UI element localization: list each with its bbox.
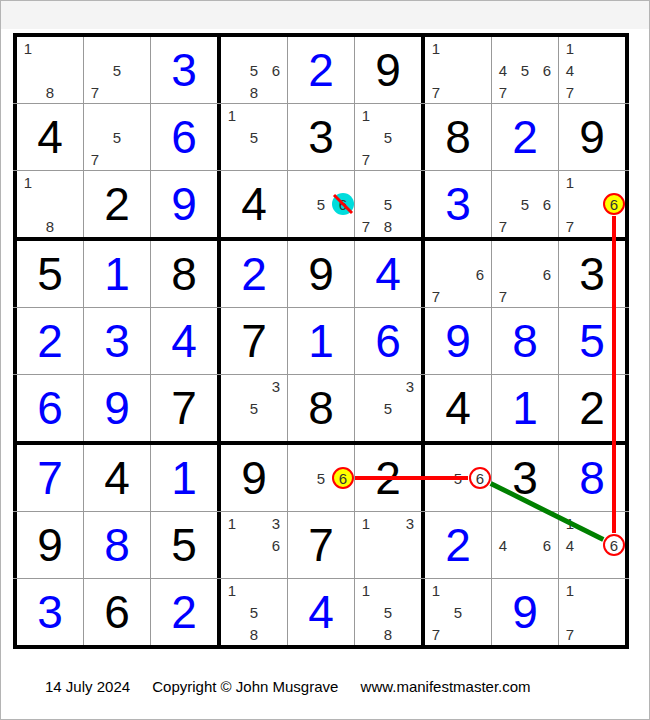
candidate-empty bbox=[243, 512, 265, 534]
cell-r6c6[interactable]: 35 bbox=[355, 375, 421, 441]
cell-r6c9[interactable]: 2 bbox=[559, 375, 625, 441]
candidate-7: 7 bbox=[559, 81, 581, 103]
cell-r1c5[interactable]: 2 bbox=[288, 37, 354, 103]
candidate-empty bbox=[447, 241, 469, 263]
cell-r3c8[interactable]: 567 bbox=[492, 171, 558, 237]
cell-r1c4[interactable]: 568 bbox=[221, 37, 287, 103]
candidate-empty bbox=[603, 81, 625, 103]
candidate-empty bbox=[243, 37, 265, 59]
cell-r4c5[interactable]: 9 bbox=[288, 241, 354, 307]
candidate-5: 5 bbox=[106, 126, 128, 148]
candidate-empty bbox=[310, 445, 332, 467]
cell-r8c8[interactable]: 46 bbox=[492, 512, 558, 578]
footer-date: 14 July 2024 bbox=[45, 678, 130, 695]
footer: 14 July 2024 Copyright © John Musgrave w… bbox=[45, 678, 549, 695]
candidate-empty bbox=[581, 81, 603, 103]
cell-r8c7[interactable]: 2 bbox=[425, 512, 491, 578]
candidate-6: 6 bbox=[536, 534, 558, 556]
candidate-empty bbox=[221, 375, 243, 397]
candidate-1: 1 bbox=[221, 104, 243, 126]
cell-r9c9[interactable]: 17 bbox=[559, 579, 625, 645]
candidate-empty bbox=[332, 445, 354, 467]
cell-r7c5[interactable]: 56 bbox=[288, 445, 354, 511]
cell-r3c6[interactable]: 578 bbox=[355, 171, 421, 237]
candidate-empty bbox=[243, 556, 265, 578]
cell-r1c1[interactable]: 18 bbox=[17, 37, 83, 103]
cell-r9c6[interactable]: 158 bbox=[355, 579, 421, 645]
cell-r8c3[interactable]: 5 bbox=[151, 512, 217, 578]
top-strip bbox=[1, 1, 649, 29]
cell-r4c8[interactable]: 67 bbox=[492, 241, 558, 307]
solved-digit: 4 bbox=[151, 308, 217, 374]
candidate-empty bbox=[221, 601, 243, 623]
cell-r5c6[interactable]: 6 bbox=[355, 308, 421, 374]
candidate-7: 7 bbox=[559, 623, 581, 645]
cell-r1c3[interactable]: 3 bbox=[151, 37, 217, 103]
given-digit: 9 bbox=[559, 104, 625, 170]
candidate-empty bbox=[61, 37, 83, 59]
candidate-5: 5 bbox=[514, 59, 536, 81]
cell-r9c3[interactable]: 2 bbox=[151, 579, 217, 645]
candidate-6: 6 bbox=[603, 193, 625, 215]
candidate-empty bbox=[581, 579, 603, 601]
candidate-empty bbox=[603, 579, 625, 601]
candidate-empty bbox=[447, 623, 469, 645]
candidate-empty bbox=[265, 37, 287, 59]
candidate-4: 4 bbox=[492, 59, 514, 81]
candidate-grid: 578 bbox=[355, 171, 421, 237]
solved-digit: 6 bbox=[355, 308, 421, 374]
candidate-empty bbox=[399, 171, 421, 193]
candidate-empty bbox=[221, 419, 243, 441]
candidate-empty bbox=[17, 59, 39, 81]
cell-r5c2[interactable]: 3 bbox=[84, 308, 150, 374]
candidate-1: 1 bbox=[355, 512, 377, 534]
cell-r3c5[interactable]: 56 bbox=[288, 171, 354, 237]
cell-r3c9[interactable]: 167 bbox=[559, 171, 625, 237]
candidate-grid: 57 bbox=[84, 104, 150, 170]
candidate-4: 4 bbox=[559, 534, 581, 556]
candidate-empty bbox=[265, 579, 287, 601]
candidate-7: 7 bbox=[355, 215, 377, 237]
given-digit: 9 bbox=[288, 241, 354, 307]
given-digit: 3 bbox=[288, 104, 354, 170]
candidate-empty bbox=[128, 81, 150, 103]
cell-r6c8[interactable]: 1 bbox=[492, 375, 558, 441]
given-digit: 3 bbox=[492, 445, 558, 511]
cell-r9c4[interactable]: 158 bbox=[221, 579, 287, 645]
cell-r2c2[interactable]: 57 bbox=[84, 104, 150, 170]
candidate-empty bbox=[399, 126, 421, 148]
candidate-5: 5 bbox=[514, 193, 536, 215]
candidate-empty bbox=[469, 579, 491, 601]
cell-r8c2[interactable]: 8 bbox=[84, 512, 150, 578]
candidate-empty bbox=[399, 193, 421, 215]
candidate-empty bbox=[128, 126, 150, 148]
cell-r4c9[interactable]: 3 bbox=[559, 241, 625, 307]
candidate-empty bbox=[399, 104, 421, 126]
candidate-empty bbox=[17, 193, 39, 215]
solved-digit: 3 bbox=[17, 579, 83, 645]
candidate-empty bbox=[265, 397, 287, 419]
candidate-5: 5 bbox=[377, 193, 399, 215]
solved-digit: 7 bbox=[17, 445, 83, 511]
cell-r7c3[interactable]: 1 bbox=[151, 445, 217, 511]
solved-digit: 1 bbox=[84, 241, 150, 307]
cell-r1c8[interactable]: 4567 bbox=[492, 37, 558, 103]
candidate-5: 5 bbox=[243, 59, 265, 81]
candidate-empty bbox=[84, 37, 106, 59]
candidate-empty bbox=[469, 37, 491, 59]
sudoku-board: 1857356829174567147457615315782918294565… bbox=[13, 33, 629, 649]
footer-website[interactable]: www.manifestmaster.com bbox=[361, 678, 531, 695]
solved-digit: 4 bbox=[288, 579, 354, 645]
cell-r1c9[interactable]: 147 bbox=[559, 37, 625, 103]
candidate-empty bbox=[221, 534, 243, 556]
solved-digit: 3 bbox=[425, 171, 491, 237]
candidate-1: 1 bbox=[559, 579, 581, 601]
candidate-empty bbox=[581, 59, 603, 81]
candidate-empty bbox=[17, 215, 39, 237]
candidate-empty bbox=[399, 623, 421, 645]
candidate-empty bbox=[492, 171, 514, 193]
candidate-7: 7 bbox=[84, 148, 106, 170]
cell-r9c1[interactable]: 3 bbox=[17, 579, 83, 645]
candidate-5: 5 bbox=[447, 601, 469, 623]
cell-r2c1[interactable]: 4 bbox=[17, 104, 83, 170]
candidate-6: 6 bbox=[332, 193, 354, 215]
candidate-empty bbox=[17, 81, 39, 103]
candidate-3: 3 bbox=[265, 512, 287, 534]
candidate-empty bbox=[425, 263, 447, 285]
candidate-empty bbox=[221, 623, 243, 645]
candidate-empty bbox=[581, 193, 603, 215]
candidate-empty bbox=[355, 623, 377, 645]
candidate-1: 1 bbox=[221, 579, 243, 601]
candidate-grid: 17 bbox=[559, 579, 625, 645]
cell-r5c5[interactable]: 1 bbox=[288, 308, 354, 374]
candidate-8: 8 bbox=[39, 81, 61, 103]
candidate-empty bbox=[492, 263, 514, 285]
cell-r2c7[interactable]: 8 bbox=[425, 104, 491, 170]
candidate-empty bbox=[536, 285, 558, 307]
candidate-empty bbox=[377, 148, 399, 170]
candidate-7: 7 bbox=[492, 81, 514, 103]
candidate-empty bbox=[39, 37, 61, 59]
candidate-empty bbox=[514, 171, 536, 193]
given-digit: 9 bbox=[221, 445, 287, 511]
cell-r5c4[interactable]: 7 bbox=[221, 308, 287, 374]
candidate-empty bbox=[469, 81, 491, 103]
candidate-empty bbox=[288, 215, 310, 237]
candidate-empty bbox=[61, 59, 83, 81]
candidate-7: 7 bbox=[425, 285, 447, 307]
cell-r5c3[interactable]: 4 bbox=[151, 308, 217, 374]
cell-r7c1[interactable]: 7 bbox=[17, 445, 83, 511]
candidate-empty bbox=[581, 534, 603, 556]
candidate-empty bbox=[536, 81, 558, 103]
candidate-grid: 568 bbox=[221, 37, 287, 103]
solved-digit: 4 bbox=[355, 241, 421, 307]
cell-r5c1[interactable]: 2 bbox=[17, 308, 83, 374]
candidate-3: 3 bbox=[399, 512, 421, 534]
cell-r3c7[interactable]: 3 bbox=[425, 171, 491, 237]
cell-r4c7[interactable]: 67 bbox=[425, 241, 491, 307]
candidate-empty bbox=[603, 59, 625, 81]
cell-r7c8[interactable]: 3 bbox=[492, 445, 558, 511]
candidate-empty bbox=[514, 215, 536, 237]
cell-r2c5[interactable]: 3 bbox=[288, 104, 354, 170]
cell-r6c4[interactable]: 35 bbox=[221, 375, 287, 441]
candidate-empty bbox=[399, 419, 421, 441]
cell-r4c4[interactable]: 2 bbox=[221, 241, 287, 307]
cell-r2c9[interactable]: 9 bbox=[559, 104, 625, 170]
candidate-6: 6 bbox=[265, 59, 287, 81]
candidate-empty bbox=[265, 419, 287, 441]
candidate-empty bbox=[355, 126, 377, 148]
cell-r6c5[interactable]: 8 bbox=[288, 375, 354, 441]
candidate-empty bbox=[221, 59, 243, 81]
solved-digit: 2 bbox=[221, 241, 287, 307]
solved-digit: 1 bbox=[151, 445, 217, 511]
given-digit: 7 bbox=[151, 375, 217, 441]
cell-r2c8[interactable]: 2 bbox=[492, 104, 558, 170]
cell-r6c2[interactable]: 9 bbox=[84, 375, 150, 441]
candidate-grid: 46 bbox=[492, 512, 558, 578]
candidate-empty bbox=[355, 397, 377, 419]
candidate-empty bbox=[265, 556, 287, 578]
candidate-empty bbox=[61, 171, 83, 193]
cell-r9c8[interactable]: 9 bbox=[492, 579, 558, 645]
candidate-grid: 158 bbox=[221, 579, 287, 645]
candidate-empty bbox=[425, 241, 447, 263]
candidate-grid: 4567 bbox=[492, 37, 558, 103]
cell-r8c9[interactable]: 146 bbox=[559, 512, 625, 578]
candidate-1: 1 bbox=[559, 171, 581, 193]
cell-r8c1[interactable]: 9 bbox=[17, 512, 83, 578]
cell-r3c3[interactable]: 9 bbox=[151, 171, 217, 237]
cell-r9c2[interactable]: 6 bbox=[84, 579, 150, 645]
candidate-grid: 56 bbox=[425, 445, 491, 511]
candidate-grid: 157 bbox=[355, 104, 421, 170]
candidate-grid: 67 bbox=[492, 241, 558, 307]
solved-digit: 9 bbox=[425, 308, 491, 374]
candidate-empty bbox=[288, 193, 310, 215]
candidate-6: 6 bbox=[332, 467, 354, 489]
candidate-empty bbox=[514, 512, 536, 534]
candidate-empty bbox=[377, 104, 399, 126]
candidate-empty bbox=[243, 419, 265, 441]
candidate-empty bbox=[332, 171, 354, 193]
puzzle-page: 1857356829174567147457615315782918294565… bbox=[0, 0, 650, 720]
candidate-5: 5 bbox=[377, 601, 399, 623]
solved-digit: 9 bbox=[492, 579, 558, 645]
given-digit: 7 bbox=[221, 308, 287, 374]
candidate-empty bbox=[603, 171, 625, 193]
candidate-7: 7 bbox=[425, 623, 447, 645]
candidate-empty bbox=[61, 215, 83, 237]
solved-digit: 2 bbox=[492, 104, 558, 170]
cell-r7c6[interactable]: 2 bbox=[355, 445, 421, 511]
candidate-empty bbox=[399, 397, 421, 419]
candidate-5: 5 bbox=[310, 193, 332, 215]
candidate-empty bbox=[581, 623, 603, 645]
candidate-empty bbox=[243, 104, 265, 126]
candidate-empty bbox=[221, 37, 243, 59]
cell-r6c3[interactable]: 7 bbox=[151, 375, 217, 441]
candidate-8: 8 bbox=[243, 623, 265, 645]
candidate-empty bbox=[447, 263, 469, 285]
candidate-empty bbox=[128, 37, 150, 59]
candidate-empty bbox=[377, 375, 399, 397]
candidate-empty bbox=[514, 285, 536, 307]
candidate-empty bbox=[447, 285, 469, 307]
candidate-5: 5 bbox=[377, 126, 399, 148]
given-digit: 8 bbox=[151, 241, 217, 307]
candidate-empty bbox=[243, 579, 265, 601]
candidate-empty bbox=[377, 512, 399, 534]
given-digit: 4 bbox=[425, 375, 491, 441]
candidate-empty bbox=[355, 556, 377, 578]
cell-r3c4[interactable]: 4 bbox=[221, 171, 287, 237]
cell-r7c4[interactable]: 9 bbox=[221, 445, 287, 511]
candidate-empty bbox=[514, 263, 536, 285]
cell-r9c5[interactable]: 4 bbox=[288, 579, 354, 645]
candidate-8: 8 bbox=[377, 623, 399, 645]
candidate-7: 7 bbox=[492, 285, 514, 307]
candidate-empty bbox=[581, 556, 603, 578]
candidate-grid: 147 bbox=[559, 37, 625, 103]
cell-r1c2[interactable]: 57 bbox=[84, 37, 150, 103]
candidate-empty bbox=[355, 193, 377, 215]
candidate-7: 7 bbox=[84, 81, 106, 103]
cell-r9c7[interactable]: 157 bbox=[425, 579, 491, 645]
candidate-empty bbox=[265, 148, 287, 170]
cell-r4c2[interactable]: 1 bbox=[84, 241, 150, 307]
candidate-empty bbox=[128, 59, 150, 81]
candidate-empty bbox=[265, 104, 287, 126]
given-digit: 5 bbox=[151, 512, 217, 578]
candidate-empty bbox=[399, 215, 421, 237]
candidate-grid: 18 bbox=[17, 171, 83, 237]
solved-digit: 3 bbox=[151, 37, 217, 103]
candidate-empty bbox=[492, 193, 514, 215]
candidate-7: 7 bbox=[355, 148, 377, 170]
grid-line bbox=[13, 645, 629, 649]
solved-digit: 6 bbox=[17, 375, 83, 441]
candidate-grid: 167 bbox=[559, 171, 625, 237]
candidate-empty bbox=[106, 148, 128, 170]
cell-r8c6[interactable]: 13 bbox=[355, 512, 421, 578]
candidate-grid: 67 bbox=[425, 241, 491, 307]
candidate-empty bbox=[310, 171, 332, 193]
candidate-empty bbox=[265, 81, 287, 103]
cell-r1c6[interactable]: 9 bbox=[355, 37, 421, 103]
candidate-empty bbox=[603, 556, 625, 578]
cell-r1c7[interactable]: 17 bbox=[425, 37, 491, 103]
candidate-empty bbox=[221, 556, 243, 578]
solved-digit: 1 bbox=[288, 308, 354, 374]
candidate-empty bbox=[399, 556, 421, 578]
candidate-empty bbox=[447, 59, 469, 81]
candidate-7: 7 bbox=[425, 81, 447, 103]
candidate-empty bbox=[106, 104, 128, 126]
candidate-empty bbox=[265, 623, 287, 645]
cell-r8c4[interactable]: 136 bbox=[221, 512, 287, 578]
candidate-1: 1 bbox=[425, 37, 447, 59]
candidate-empty bbox=[377, 579, 399, 601]
candidate-empty bbox=[581, 171, 603, 193]
candidate-1: 1 bbox=[425, 579, 447, 601]
candidate-empty bbox=[288, 467, 310, 489]
cell-r7c7[interactable]: 56 bbox=[425, 445, 491, 511]
given-digit: 9 bbox=[355, 37, 421, 103]
candidate-6: 6 bbox=[536, 263, 558, 285]
candidate-empty bbox=[559, 601, 581, 623]
cell-r6c1[interactable]: 6 bbox=[17, 375, 83, 441]
given-digit: 7 bbox=[288, 512, 354, 578]
candidate-grid: 35 bbox=[355, 375, 421, 441]
candidate-empty bbox=[128, 104, 150, 126]
candidate-empty bbox=[536, 37, 558, 59]
cell-r2c3[interactable]: 6 bbox=[151, 104, 217, 170]
cell-r5c8[interactable]: 8 bbox=[492, 308, 558, 374]
candidate-empty bbox=[603, 215, 625, 237]
candidate-empty bbox=[399, 534, 421, 556]
candidate-grid: 56 bbox=[288, 445, 354, 511]
candidate-3: 3 bbox=[399, 375, 421, 397]
candidate-empty bbox=[243, 148, 265, 170]
candidate-grid: 15 bbox=[221, 104, 287, 170]
candidate-empty bbox=[492, 37, 514, 59]
candidate-empty bbox=[469, 601, 491, 623]
cell-r7c9[interactable]: 8 bbox=[559, 445, 625, 511]
candidate-empty bbox=[425, 489, 447, 511]
candidate-empty bbox=[425, 601, 447, 623]
candidate-empty bbox=[447, 489, 469, 511]
candidate-5: 5 bbox=[243, 397, 265, 419]
candidate-empty bbox=[492, 512, 514, 534]
candidate-empty bbox=[39, 193, 61, 215]
candidate-1: 1 bbox=[355, 579, 377, 601]
cell-r3c2[interactable]: 2 bbox=[84, 171, 150, 237]
candidate-empty bbox=[399, 148, 421, 170]
cell-r7c2[interactable]: 4 bbox=[84, 445, 150, 511]
candidate-empty bbox=[221, 126, 243, 148]
cell-r2c4[interactable]: 15 bbox=[221, 104, 287, 170]
candidate-empty bbox=[221, 397, 243, 419]
cell-r5c7[interactable]: 9 bbox=[425, 308, 491, 374]
candidate-6: 6 bbox=[265, 534, 287, 556]
cell-r6c7[interactable]: 4 bbox=[425, 375, 491, 441]
cell-r8c5[interactable]: 7 bbox=[288, 512, 354, 578]
cell-r5c9[interactable]: 5 bbox=[559, 308, 625, 374]
solved-digit: 3 bbox=[84, 308, 150, 374]
cell-r4c1[interactable]: 5 bbox=[17, 241, 83, 307]
cell-r2c6[interactable]: 157 bbox=[355, 104, 421, 170]
candidate-empty bbox=[61, 193, 83, 215]
candidate-empty bbox=[603, 512, 625, 534]
cell-r4c6[interactable]: 4 bbox=[355, 241, 421, 307]
solved-digit: 1 bbox=[492, 375, 558, 441]
cell-r3c1[interactable]: 18 bbox=[17, 171, 83, 237]
cell-r4c3[interactable]: 8 bbox=[151, 241, 217, 307]
candidate-empty bbox=[377, 171, 399, 193]
candidate-6: 6 bbox=[469, 263, 491, 285]
candidate-empty bbox=[447, 37, 469, 59]
candidate-empty bbox=[536, 556, 558, 578]
candidate-8: 8 bbox=[243, 81, 265, 103]
